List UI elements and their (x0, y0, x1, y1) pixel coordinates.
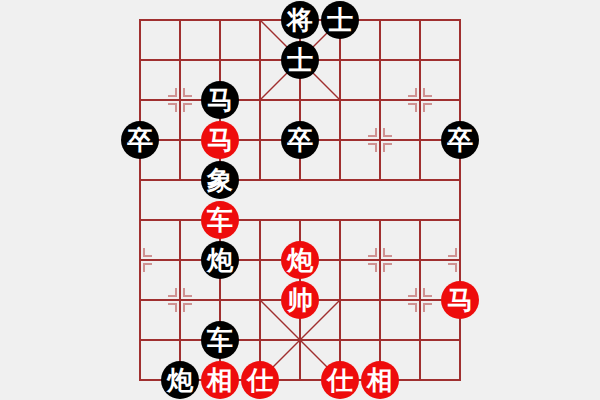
piece-black-general[interactable]: 将 (281, 1, 319, 39)
piece-black-pawn[interactable]: 卒 (121, 121, 159, 159)
piece-black-pawn[interactable]: 卒 (441, 121, 479, 159)
piece-black-cannon[interactable]: 炮 (161, 361, 199, 399)
piece-red-cannon[interactable]: 炮 (281, 241, 319, 279)
piece-black-chariot[interactable]: 车 (201, 321, 239, 359)
piece-red-elephant[interactable]: 相 (201, 361, 239, 399)
piece-black-horse[interactable]: 马 (201, 81, 239, 119)
piece-red-chariot[interactable]: 车 (201, 201, 239, 239)
xiangqi-board: 将士士马卒马卒卒象车炮炮帅马车炮相仕仕相 (0, 0, 600, 400)
piece-red-elephant[interactable]: 相 (361, 361, 399, 399)
piece-red-horse[interactable]: 马 (201, 121, 239, 159)
board-intersections: 将士士马卒马卒卒象车炮炮帅马车炮相仕仕相 (120, 0, 480, 400)
piece-red-advisor[interactable]: 仕 (321, 361, 359, 399)
piece-red-general[interactable]: 帅 (281, 281, 319, 319)
piece-black-pawn[interactable]: 卒 (281, 121, 319, 159)
piece-black-elephant[interactable]: 象 (201, 161, 239, 199)
piece-red-advisor[interactable]: 仕 (241, 361, 279, 399)
piece-black-advisor[interactable]: 士 (321, 1, 359, 39)
piece-red-horse[interactable]: 马 (441, 281, 479, 319)
piece-black-cannon[interactable]: 炮 (201, 241, 239, 279)
piece-black-advisor[interactable]: 士 (281, 41, 319, 79)
